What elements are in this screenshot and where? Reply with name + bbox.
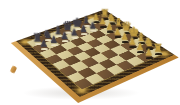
piece-glyph: ♟ xyxy=(59,32,71,41)
chess-set-photo: ♜♞♝♛♚♝♟♜♟♟♟♟♟♟♟♞♟♝♟♛♟♚♟♝♟♞♟♜ xyxy=(0,0,180,105)
black-pawn: ♟ xyxy=(59,32,71,42)
black-pawn: ♟ xyxy=(38,39,50,50)
board-frame: ♜♞♝♛♚♝♟♜♟♟♟♟♟♟♟♞♟♝♟♛♟♚♟♝♟♞♟♜ xyxy=(11,9,179,102)
black-pawn: ♟ xyxy=(48,35,60,45)
piece-glyph: ♟ xyxy=(142,48,154,57)
white-pawn: ♟ xyxy=(142,48,154,59)
scene: ♜♞♝♛♚♝♟♜♟♟♟♟♟♟♟♞♟♝♟♛♟♚♟♝♟♞♟♜ xyxy=(0,0,180,105)
piece-glyph: ♟ xyxy=(48,35,60,44)
square-e3 xyxy=(101,49,118,59)
chess-board: ♜♞♝♛♚♝♟♜♟♟♟♟♟♟♟♞♟♝♟♛♟♚♟♝♟♞♟♜ xyxy=(27,14,163,89)
board-3d-wrapper: ♜♞♝♛♚♝♟♜♟♟♟♟♟♟♟♞♟♝♟♛♟♚♟♝♟♞♟♜ xyxy=(11,9,179,102)
piece-glyph: ♟ xyxy=(38,39,50,48)
